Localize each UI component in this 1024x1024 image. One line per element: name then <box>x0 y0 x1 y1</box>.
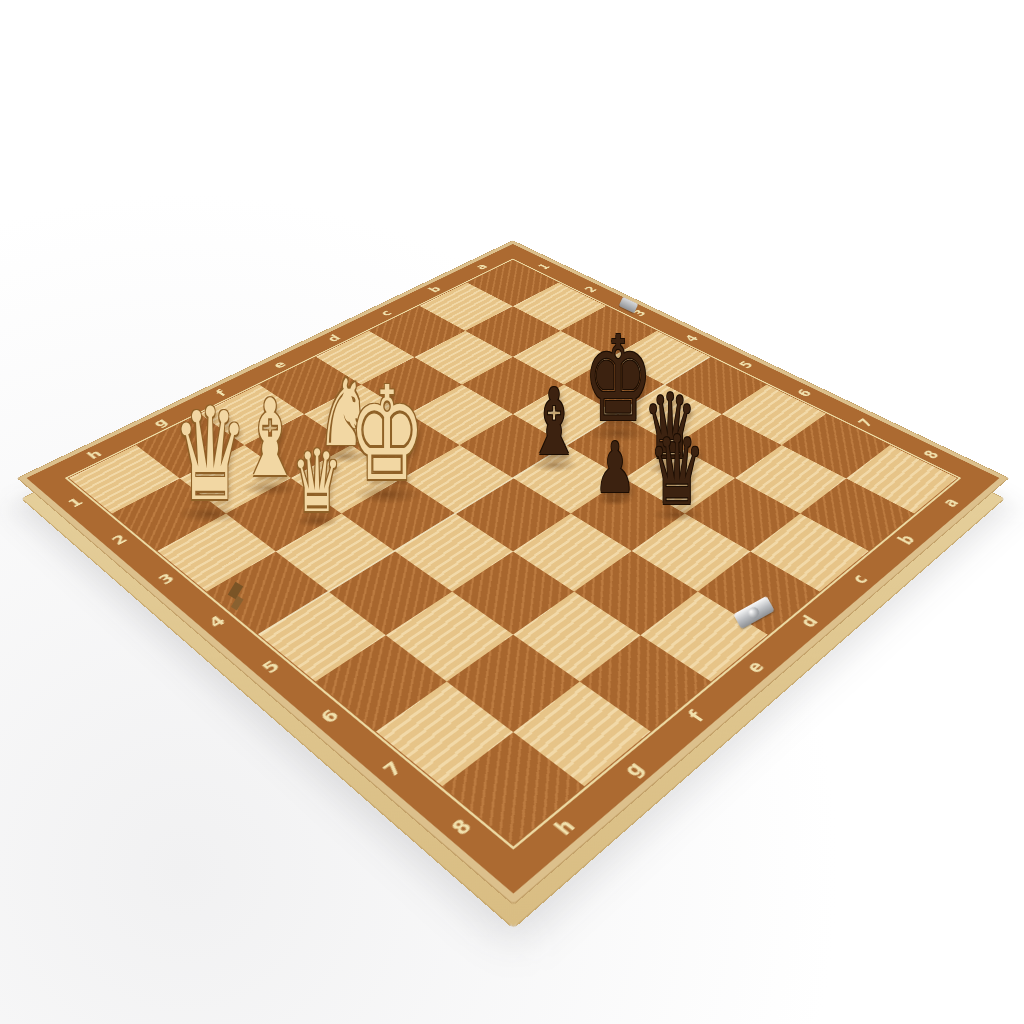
black-queen-d7: ♛ <box>649 423 706 519</box>
black-pawn-d6: ♟ <box>594 433 635 503</box>
board-3d-scene: aabbccddeeffgghh1122334455667788 <box>0 0 1024 1024</box>
black-bishop-d5: ♝ <box>527 377 581 469</box>
white-king-f4: ♚ <box>349 369 426 499</box>
product-photo-stage: aabbccddeeffgghh1122334455667788 ♛♝♛♞♚♝♚… <box>0 0 1024 1024</box>
white-queen-g4: ♛ <box>292 438 343 524</box>
chess-board: aabbccddeeffgghh1122334455667788 <box>18 241 1008 904</box>
white-queen-h3: ♛ <box>172 391 248 519</box>
board-grid <box>69 260 957 845</box>
